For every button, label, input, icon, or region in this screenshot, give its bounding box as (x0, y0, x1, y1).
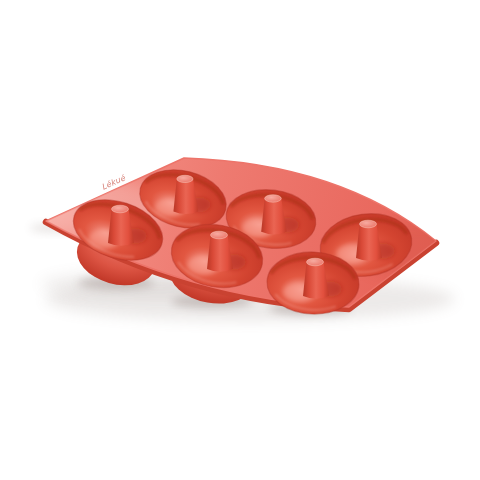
cone-top (307, 258, 324, 266)
cone-top (360, 220, 377, 228)
cone-top (265, 195, 282, 202)
cone-top (211, 231, 228, 239)
cone-top (112, 205, 129, 213)
photo-background: Lékué (0, 0, 480, 480)
cone-top (177, 175, 193, 182)
product-photo: Lékué (0, 0, 480, 480)
